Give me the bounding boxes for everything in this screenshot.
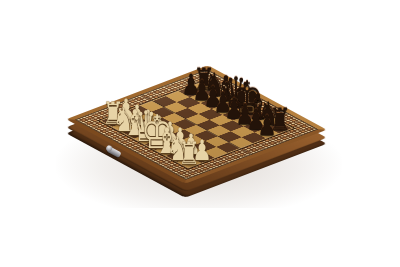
- product-photo: ♜♞♝♛♚♝♞♜♟♟♟♟♟♟♟♟♟♟♟♟♟♟♟♟♜♞♝♛♚♝♞♜: [0, 0, 400, 267]
- pieces-layer: ♜♞♝♛♚♝♞♜♟♟♟♟♟♟♟♟♟♟♟♟♟♟♟♟♜♞♝♛♚♝♞♜: [0, 0, 400, 267]
- piece-black-pawn[interactable]: ♟: [250, 112, 284, 140]
- piece-white-rook[interactable]: ♜: [172, 138, 206, 169]
